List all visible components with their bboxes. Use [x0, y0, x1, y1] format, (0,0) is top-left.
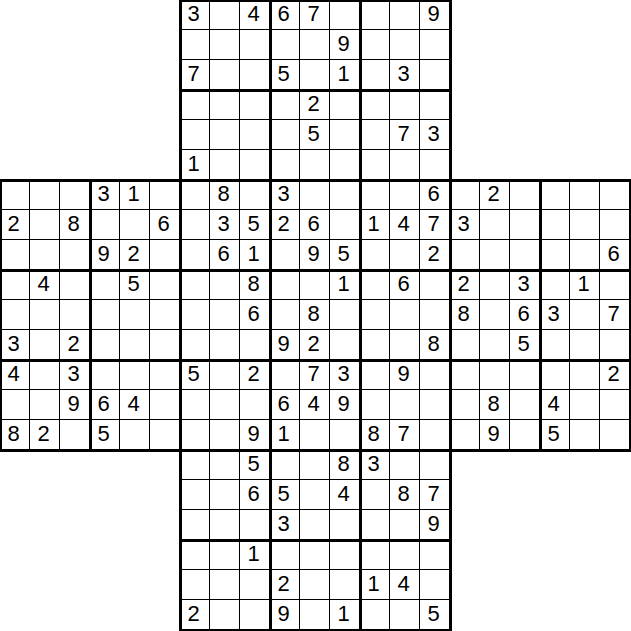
cell-r8c9[interactable]	[270, 240, 300, 270]
given-digit: 1	[277, 423, 289, 445]
cell-r16c10[interactable]	[300, 480, 330, 510]
cell-r18c11[interactable]	[330, 540, 360, 570]
cell-r9c3[interactable]	[90, 270, 120, 300]
cell-r13c7[interactable]	[210, 390, 240, 420]
cell-r8c16[interactable]	[480, 240, 510, 270]
cell-r16c12[interactable]	[360, 480, 390, 510]
cell-r15c14[interactable]	[420, 450, 450, 480]
cell-r9c11[interactable]: 1	[330, 270, 360, 300]
cell-r14c7[interactable]	[210, 420, 240, 450]
cell-r14c4[interactable]	[120, 420, 150, 450]
cell-r8c7[interactable]: 6	[210, 240, 240, 270]
cell-r13c1[interactable]	[30, 390, 60, 420]
cell-r4c11[interactable]	[330, 120, 360, 150]
cell-r12c0[interactable]: 4	[0, 360, 30, 390]
cell-r13c18[interactable]: 4	[540, 390, 570, 420]
cell-r8c2[interactable]	[60, 240, 90, 270]
cell-r12c19[interactable]	[570, 360, 600, 390]
cell-r10c15[interactable]: 8	[450, 300, 480, 330]
cell-r11c9[interactable]: 9	[270, 330, 300, 360]
cell-r3c8[interactable]	[240, 90, 270, 120]
cell-r6c17[interactable]	[510, 180, 540, 210]
cell-r7c20[interactable]	[600, 210, 630, 240]
cell-r12c16[interactable]	[480, 360, 510, 390]
cell-r9c19[interactable]: 1	[570, 270, 600, 300]
cell-r6c20[interactable]	[600, 180, 630, 210]
cell-r6c18[interactable]	[540, 180, 570, 210]
cell-r16c14[interactable]: 7	[420, 480, 450, 510]
cell-r8c1[interactable]	[30, 240, 60, 270]
cell-r5c7[interactable]	[210, 150, 240, 180]
cell-r10c13[interactable]	[390, 300, 420, 330]
cell-r19c10[interactable]	[300, 570, 330, 600]
cell-r9c7[interactable]	[210, 270, 240, 300]
cell-r6c5[interactable]	[150, 180, 180, 210]
cell-r16c7[interactable]	[210, 480, 240, 510]
cell-r6c15[interactable]	[450, 180, 480, 210]
cell-r2c14[interactable]	[420, 60, 450, 90]
cell-r6c9[interactable]: 3	[270, 180, 300, 210]
cell-r12c12[interactable]	[360, 360, 390, 390]
cell-r15c6[interactable]	[180, 450, 210, 480]
cell-r7c3[interactable]	[90, 210, 120, 240]
cell-r4c8[interactable]	[240, 120, 270, 150]
cell-r8c11[interactable]: 5	[330, 240, 360, 270]
cell-r10c19[interactable]	[570, 300, 600, 330]
cell-r2c6[interactable]: 7	[180, 60, 210, 90]
cell-r10c12[interactable]	[360, 300, 390, 330]
cell-r12c17[interactable]	[510, 360, 540, 390]
cell-r10c10[interactable]: 8	[300, 300, 330, 330]
cell-r12c7[interactable]	[210, 360, 240, 390]
cell-r3c11[interactable]	[330, 90, 360, 120]
cell-r4c14[interactable]: 3	[420, 120, 450, 150]
cell-r13c5[interactable]	[150, 390, 180, 420]
cell-r11c1[interactable]	[30, 330, 60, 360]
cell-r14c8[interactable]: 9	[240, 420, 270, 450]
cell-r9c14[interactable]	[420, 270, 450, 300]
cell-r12c5[interactable]	[150, 360, 180, 390]
cell-r17c14[interactable]: 9	[420, 510, 450, 540]
cell-r7c14[interactable]: 7	[420, 210, 450, 240]
cell-r7c2[interactable]: 8	[60, 210, 90, 240]
cell-r11c19[interactable]	[570, 330, 600, 360]
cell-r8c10[interactable]: 9	[300, 240, 330, 270]
cell-r7c15[interactable]: 3	[450, 210, 480, 240]
cell-r10c14[interactable]	[420, 300, 450, 330]
cell-r13c19[interactable]	[570, 390, 600, 420]
cell-r14c16[interactable]: 9	[480, 420, 510, 450]
cell-r13c15[interactable]	[450, 390, 480, 420]
cell-r0c14[interactable]: 9	[420, 0, 450, 30]
cell-r10c4[interactable]	[120, 300, 150, 330]
cell-r9c4[interactable]: 5	[120, 270, 150, 300]
cell-r0c10[interactable]: 7	[300, 0, 330, 30]
cell-r7c6[interactable]	[180, 210, 210, 240]
cell-r8c0[interactable]	[0, 240, 30, 270]
cell-r0c13[interactable]	[390, 0, 420, 30]
cell-r8c18[interactable]	[540, 240, 570, 270]
cell-r16c11[interactable]: 4	[330, 480, 360, 510]
cell-r1c9[interactable]	[270, 30, 300, 60]
cell-r6c19[interactable]	[570, 180, 600, 210]
cell-r14c5[interactable]	[150, 420, 180, 450]
cell-r0c11[interactable]	[330, 0, 360, 30]
cell-r9c5[interactable]	[150, 270, 180, 300]
cell-r6c12[interactable]	[360, 180, 390, 210]
cell-r10c2[interactable]	[60, 300, 90, 330]
cell-r13c14[interactable]	[420, 390, 450, 420]
cell-r14c18[interactable]: 5	[540, 420, 570, 450]
cell-r9c6[interactable]	[180, 270, 210, 300]
cell-r3c13[interactable]	[390, 90, 420, 120]
cell-r10c3[interactable]	[90, 300, 120, 330]
cell-r8c15[interactable]	[450, 240, 480, 270]
cell-r5c11[interactable]	[330, 150, 360, 180]
cell-r14c11[interactable]	[330, 420, 360, 450]
cell-r12c10[interactable]: 7	[300, 360, 330, 390]
cell-r15c8[interactable]: 5	[240, 450, 270, 480]
cell-r0c8[interactable]: 4	[240, 0, 270, 30]
cell-r15c9[interactable]	[270, 450, 300, 480]
cell-r12c1[interactable]	[30, 360, 60, 390]
cell-r6c6[interactable]	[180, 180, 210, 210]
cell-r10c11[interactable]	[330, 300, 360, 330]
cell-r5c14[interactable]	[420, 150, 450, 180]
cell-r0c7[interactable]	[210, 0, 240, 30]
cell-r11c10[interactable]: 2	[300, 330, 330, 360]
cell-r9c17[interactable]: 3	[510, 270, 540, 300]
cell-r12c18[interactable]	[540, 360, 570, 390]
cell-r12c8[interactable]: 2	[240, 360, 270, 390]
cell-r2c7[interactable]	[210, 60, 240, 90]
cell-r19c7[interactable]	[210, 570, 240, 600]
cell-r6c3[interactable]: 3	[90, 180, 120, 210]
cell-r11c5[interactable]	[150, 330, 180, 360]
cell-r13c9[interactable]: 6	[270, 390, 300, 420]
cell-r19c8[interactable]	[240, 570, 270, 600]
cell-r14c15[interactable]	[450, 420, 480, 450]
cell-r6c10[interactable]	[300, 180, 330, 210]
cell-r4c13[interactable]: 7	[390, 120, 420, 150]
cell-r9c9[interactable]	[270, 270, 300, 300]
cell-r14c0[interactable]: 8	[0, 420, 30, 450]
cell-r11c18[interactable]	[540, 330, 570, 360]
cell-r11c0[interactable]: 3	[0, 330, 30, 360]
cell-r17c8[interactable]	[240, 510, 270, 540]
cell-r10c5[interactable]	[150, 300, 180, 330]
cell-r1c14[interactable]	[420, 30, 450, 60]
cell-r8c20[interactable]: 6	[600, 240, 630, 270]
cell-r11c3[interactable]	[90, 330, 120, 360]
cell-r20c8[interactable]	[240, 600, 270, 630]
cell-r6c1[interactable]	[30, 180, 60, 210]
cell-r7c1[interactable]	[30, 210, 60, 240]
cell-r3c10[interactable]: 2	[300, 90, 330, 120]
cell-r8c12[interactable]	[360, 240, 390, 270]
cell-r7c8[interactable]: 5	[240, 210, 270, 240]
cell-r7c17[interactable]	[510, 210, 540, 240]
cell-r11c13[interactable]	[390, 330, 420, 360]
cell-r17c7[interactable]	[210, 510, 240, 540]
cell-r11c2[interactable]: 2	[60, 330, 90, 360]
cell-r12c2[interactable]: 3	[60, 360, 90, 390]
cell-r8c19[interactable]	[570, 240, 600, 270]
given-digit: 1	[577, 273, 589, 295]
cell-r18c14[interactable]	[420, 540, 450, 570]
cell-r4c10[interactable]: 5	[300, 120, 330, 150]
cell-r11c8[interactable]	[240, 330, 270, 360]
cell-r1c7[interactable]	[210, 30, 240, 60]
cell-r18c7[interactable]	[210, 540, 240, 570]
cell-r8c8[interactable]: 1	[240, 240, 270, 270]
cell-r7c12[interactable]: 1	[360, 210, 390, 240]
cell-r5c13[interactable]	[390, 150, 420, 180]
cell-r3c9[interactable]	[270, 90, 300, 120]
cell-r5c6[interactable]: 1	[180, 150, 210, 180]
cell-r8c13[interactable]	[390, 240, 420, 270]
cell-r18c10[interactable]	[300, 540, 330, 570]
cell-r10c20[interactable]: 7	[600, 300, 630, 330]
cell-r18c6[interactable]	[180, 540, 210, 570]
cell-r10c8[interactable]: 6	[240, 300, 270, 330]
cell-r20c11[interactable]: 1	[330, 600, 360, 630]
cell-r9c18[interactable]	[540, 270, 570, 300]
cell-r19c12[interactable]: 1	[360, 570, 390, 600]
cell-r14c12[interactable]: 8	[360, 420, 390, 450]
cell-r10c1[interactable]	[30, 300, 60, 330]
cell-r7c7[interactable]: 3	[210, 210, 240, 240]
cell-r0c9[interactable]: 6	[270, 0, 300, 30]
cell-r13c13[interactable]	[390, 390, 420, 420]
cell-r6c0[interactable]	[0, 180, 30, 210]
cell-r12c15[interactable]	[450, 360, 480, 390]
cell-r15c12[interactable]: 3	[360, 450, 390, 480]
cell-r9c10[interactable]	[300, 270, 330, 300]
cell-r5c10[interactable]	[300, 150, 330, 180]
cell-r2c10[interactable]	[300, 60, 330, 90]
cell-r14c9[interactable]: 1	[270, 420, 300, 450]
cell-r17c12[interactable]	[360, 510, 390, 540]
cell-r15c7[interactable]	[210, 450, 240, 480]
cell-r13c3[interactable]: 6	[90, 390, 120, 420]
cell-r2c11[interactable]: 1	[330, 60, 360, 90]
cell-r16c6[interactable]	[180, 480, 210, 510]
cell-r4c6[interactable]	[180, 120, 210, 150]
cell-r6c13[interactable]	[390, 180, 420, 210]
cell-r13c0[interactable]	[0, 390, 30, 420]
cell-r13c8[interactable]	[240, 390, 270, 420]
cell-r19c11[interactable]	[330, 570, 360, 600]
cell-r17c10[interactable]	[300, 510, 330, 540]
cell-r15c13[interactable]	[390, 450, 420, 480]
cell-r1c8[interactable]	[240, 30, 270, 60]
cell-r3c6[interactable]	[180, 90, 210, 120]
cell-r14c10[interactable]	[300, 420, 330, 450]
cell-r14c2[interactable]	[60, 420, 90, 450]
cell-r12c14[interactable]	[420, 360, 450, 390]
cell-r18c9[interactable]	[270, 540, 300, 570]
cell-r11c4[interactable]	[120, 330, 150, 360]
cell-r1c11[interactable]: 9	[330, 30, 360, 60]
cell-r10c17[interactable]: 6	[510, 300, 540, 330]
cell-r0c12[interactable]	[360, 0, 390, 30]
cell-r6c7[interactable]: 8	[210, 180, 240, 210]
cell-r14c1[interactable]: 2	[30, 420, 60, 450]
cell-r2c12[interactable]	[360, 60, 390, 90]
cell-r6c14[interactable]: 6	[420, 180, 450, 210]
cell-r13c20[interactable]	[600, 390, 630, 420]
cell-r10c9[interactable]	[270, 300, 300, 330]
cell-r16c8[interactable]: 6	[240, 480, 270, 510]
cell-r4c9[interactable]	[270, 120, 300, 150]
cell-r7c11[interactable]	[330, 210, 360, 240]
cell-r3c14[interactable]	[420, 90, 450, 120]
cell-r11c15[interactable]	[450, 330, 480, 360]
cell-r7c5[interactable]: 6	[150, 210, 180, 240]
cell-r17c13[interactable]	[390, 510, 420, 540]
cell-r13c12[interactable]	[360, 390, 390, 420]
cell-r14c14[interactable]	[420, 420, 450, 450]
cell-r12c13[interactable]: 9	[390, 360, 420, 390]
cell-r16c9[interactable]: 5	[270, 480, 300, 510]
cell-r10c18[interactable]: 3	[540, 300, 570, 330]
cell-r2c8[interactable]	[240, 60, 270, 90]
cell-r8c4[interactable]: 2	[120, 240, 150, 270]
cell-r20c13[interactable]	[390, 600, 420, 630]
cell-r20c10[interactable]	[300, 600, 330, 630]
cell-r11c12[interactable]	[360, 330, 390, 360]
cell-r14c20[interactable]	[600, 420, 630, 450]
cell-r10c6[interactable]	[180, 300, 210, 330]
cell-r20c6[interactable]: 2	[180, 600, 210, 630]
cell-r13c10[interactable]: 4	[300, 390, 330, 420]
cell-r15c10[interactable]	[300, 450, 330, 480]
cell-r6c8[interactable]	[240, 180, 270, 210]
cell-r11c20[interactable]	[600, 330, 630, 360]
cell-r7c0[interactable]: 2	[0, 210, 30, 240]
cell-r0c6[interactable]: 3	[180, 0, 210, 30]
cell-r7c16[interactable]	[480, 210, 510, 240]
cell-r7c9[interactable]: 2	[270, 210, 300, 240]
cell-r3c7[interactable]	[210, 90, 240, 120]
cell-r19c14[interactable]	[420, 570, 450, 600]
cell-r11c14[interactable]: 8	[420, 330, 450, 360]
cell-r5c12[interactable]	[360, 150, 390, 180]
cell-r12c20[interactable]: 2	[600, 360, 630, 390]
cell-r8c17[interactable]	[510, 240, 540, 270]
cell-r17c11[interactable]	[330, 510, 360, 540]
cell-r20c14[interactable]: 5	[420, 600, 450, 630]
cell-r6c4[interactable]: 1	[120, 180, 150, 210]
cell-r9c12[interactable]	[360, 270, 390, 300]
cell-r10c7[interactable]	[210, 300, 240, 330]
cell-r13c16[interactable]: 8	[480, 390, 510, 420]
cell-r4c12[interactable]	[360, 120, 390, 150]
cell-r8c5[interactable]	[150, 240, 180, 270]
cell-r12c11[interactable]: 3	[330, 360, 360, 390]
cell-r8c3[interactable]: 9	[90, 240, 120, 270]
cell-r14c6[interactable]	[180, 420, 210, 450]
cell-r9c2[interactable]	[60, 270, 90, 300]
cell-r6c16[interactable]: 2	[480, 180, 510, 210]
cell-r20c9[interactable]: 9	[270, 600, 300, 630]
cell-r7c4[interactable]	[120, 210, 150, 240]
cell-r12c6[interactable]: 5	[180, 360, 210, 390]
cell-r10c16[interactable]	[480, 300, 510, 330]
cell-r15c11[interactable]: 8	[330, 450, 360, 480]
cell-r11c11[interactable]	[330, 330, 360, 360]
cell-r13c17[interactable]	[510, 390, 540, 420]
cell-r14c3[interactable]: 5	[90, 420, 120, 450]
cell-r5c9[interactable]	[270, 150, 300, 180]
cell-r11c17[interactable]: 5	[510, 330, 540, 360]
cell-r4c7[interactable]	[210, 120, 240, 150]
cell-r12c4[interactable]	[120, 360, 150, 390]
cell-r5c8[interactable]	[240, 150, 270, 180]
cell-r20c7[interactable]	[210, 600, 240, 630]
cell-r1c6[interactable]	[180, 30, 210, 60]
cell-r7c18[interactable]	[540, 210, 570, 240]
cell-r9c15[interactable]: 2	[450, 270, 480, 300]
cell-r8c14[interactable]: 2	[420, 240, 450, 270]
cell-r13c4[interactable]: 4	[120, 390, 150, 420]
cell-r7c13[interactable]: 4	[390, 210, 420, 240]
cell-r11c16[interactable]	[480, 330, 510, 360]
cell-r17c6[interactable]	[180, 510, 210, 540]
cell-r6c11[interactable]	[330, 180, 360, 210]
cell-r9c1[interactable]: 4	[30, 270, 60, 300]
cell-r19c13[interactable]: 4	[390, 570, 420, 600]
cell-r13c2[interactable]: 9	[60, 390, 90, 420]
cell-r19c9[interactable]: 2	[270, 570, 300, 600]
outside-board	[570, 0, 600, 30]
cell-r2c13[interactable]: 3	[390, 60, 420, 90]
cell-r16c13[interactable]: 8	[390, 480, 420, 510]
cell-r18c13[interactable]	[390, 540, 420, 570]
cell-r7c19[interactable]	[570, 210, 600, 240]
cell-r2c9[interactable]: 5	[270, 60, 300, 90]
cell-r12c9[interactable]	[270, 360, 300, 390]
cell-r19c6[interactable]	[180, 570, 210, 600]
cell-r14c17[interactable]	[510, 420, 540, 450]
cell-r1c12[interactable]	[360, 30, 390, 60]
cell-r20c12[interactable]	[360, 600, 390, 630]
cell-r13c6[interactable]	[180, 390, 210, 420]
cell-r9c13[interactable]: 6	[390, 270, 420, 300]
cell-r1c13[interactable]	[390, 30, 420, 60]
cell-r11c7[interactable]	[210, 330, 240, 360]
cell-r12c3[interactable]	[90, 360, 120, 390]
cell-r9c8[interactable]: 8	[240, 270, 270, 300]
cell-r9c20[interactable]	[600, 270, 630, 300]
cell-r1c10[interactable]	[300, 30, 330, 60]
cell-r18c12[interactable]	[360, 540, 390, 570]
cell-r7c10[interactable]: 6	[300, 210, 330, 240]
cell-r3c12[interactable]	[360, 90, 390, 120]
cell-r6c2[interactable]	[60, 180, 90, 210]
cell-r18c8[interactable]: 1	[240, 540, 270, 570]
cell-r17c9[interactable]: 3	[270, 510, 300, 540]
cell-r13c11[interactable]: 9	[330, 390, 360, 420]
cell-r14c19[interactable]	[570, 420, 600, 450]
cell-r9c0[interactable]	[0, 270, 30, 300]
cell-r9c16[interactable]	[480, 270, 510, 300]
cell-r11c6[interactable]	[180, 330, 210, 360]
cell-r10c0[interactable]	[0, 300, 30, 330]
cell-r14c13[interactable]: 7	[390, 420, 420, 450]
cell-r8c6[interactable]	[180, 240, 210, 270]
